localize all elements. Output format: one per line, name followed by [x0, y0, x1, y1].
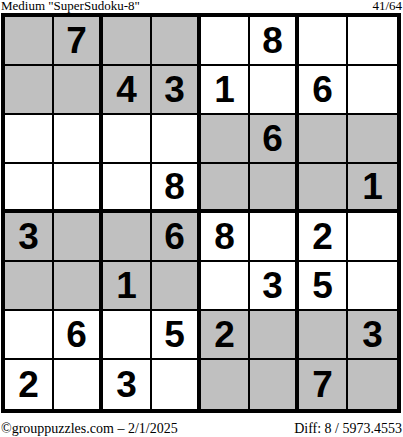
cell-r3c7[interactable] — [299, 115, 348, 164]
cell-r2c5[interactable]: 1 — [201, 66, 250, 115]
cell-r8c3[interactable]: 3 — [103, 360, 152, 409]
cell-r1c2[interactable]: 7 — [54, 17, 103, 66]
cell-r3c6[interactable]: 6 — [250, 115, 299, 164]
cell-r1c8[interactable] — [348, 17, 397, 66]
cell-r1c1[interactable] — [5, 17, 54, 66]
cell-r8c8[interactable] — [348, 360, 397, 409]
cell-r8c7[interactable]: 7 — [299, 360, 348, 409]
puzzle-page: Medium "SuperSudoku-8" 41/64 78431668136… — [0, 0, 403, 437]
cell-r4c6[interactable] — [250, 164, 299, 213]
cell-r1c5[interactable] — [201, 17, 250, 66]
cell-r3c2[interactable] — [54, 115, 103, 164]
cell-r6c6[interactable]: 3 — [250, 262, 299, 311]
cell-r3c8[interactable] — [348, 115, 397, 164]
cell-r4c5[interactable] — [201, 164, 250, 213]
copyright-credit: ©grouppuzzles.com – 2/1/2025 — [1, 420, 178, 437]
cell-r6c5[interactable] — [201, 262, 250, 311]
cell-r7c3[interactable] — [103, 311, 152, 360]
cell-r2c2[interactable] — [54, 66, 103, 115]
cell-r6c1[interactable] — [5, 262, 54, 311]
cell-r7c5[interactable]: 2 — [201, 311, 250, 360]
cell-r5c2[interactable] — [54, 213, 103, 262]
cell-r3c1[interactable] — [5, 115, 54, 164]
cell-r6c4[interactable] — [152, 262, 201, 311]
cell-r4c2[interactable] — [54, 164, 103, 213]
header: Medium "SuperSudoku-8" 41/64 — [0, 0, 403, 13]
cell-r8c4[interactable] — [152, 360, 201, 409]
cell-r2c3[interactable]: 4 — [103, 66, 152, 115]
cell-r5c5[interactable]: 8 — [201, 213, 250, 262]
cell-r5c4[interactable]: 6 — [152, 213, 201, 262]
cell-r6c7[interactable]: 5 — [299, 262, 348, 311]
cell-r5c8[interactable] — [348, 213, 397, 262]
cell-r4c4[interactable]: 8 — [152, 164, 201, 213]
cell-r8c5[interactable] — [201, 360, 250, 409]
cell-r8c6[interactable] — [250, 360, 299, 409]
cell-r1c4[interactable] — [152, 17, 201, 66]
cell-r1c6[interactable]: 8 — [250, 17, 299, 66]
cell-r6c8[interactable] — [348, 262, 397, 311]
cell-r2c8[interactable] — [348, 66, 397, 115]
empty-cell-counter: 41/64 — [372, 0, 402, 12]
cell-r2c7[interactable]: 6 — [299, 66, 348, 115]
cell-r1c7[interactable] — [299, 17, 348, 66]
footer: ©grouppuzzles.com – 2/1/2025 Diff: 8 / 5… — [0, 416, 403, 437]
sudoku-board: 78431668136821356523237 — [1, 13, 401, 413]
cell-r7c2[interactable]: 6 — [54, 311, 103, 360]
cell-r2c1[interactable] — [5, 66, 54, 115]
cell-r7c6[interactable] — [250, 311, 299, 360]
cell-r5c6[interactable] — [250, 213, 299, 262]
cell-r1c3[interactable] — [103, 17, 152, 66]
cell-r2c6[interactable] — [250, 66, 299, 115]
cell-r8c1[interactable]: 2 — [5, 360, 54, 409]
cell-r4c1[interactable] — [5, 164, 54, 213]
cell-r7c1[interactable] — [5, 311, 54, 360]
cell-r7c7[interactable] — [299, 311, 348, 360]
cell-r3c4[interactable] — [152, 115, 201, 164]
cell-r2c4[interactable]: 3 — [152, 66, 201, 115]
cell-r3c5[interactable] — [201, 115, 250, 164]
cell-r3c3[interactable] — [103, 115, 152, 164]
puzzle-title: Medium "SuperSudoku-8" — [1, 0, 140, 12]
cell-r8c2[interactable] — [54, 360, 103, 409]
cell-r5c7[interactable]: 2 — [299, 213, 348, 262]
cell-r4c3[interactable] — [103, 164, 152, 213]
cell-r7c8[interactable]: 3 — [348, 311, 397, 360]
cell-r7c4[interactable]: 5 — [152, 311, 201, 360]
cell-r4c8[interactable]: 1 — [348, 164, 397, 213]
cell-r6c2[interactable] — [54, 262, 103, 311]
cell-r6c3[interactable]: 1 — [103, 262, 152, 311]
cell-r5c1[interactable]: 3 — [5, 213, 54, 262]
cell-r4c7[interactable] — [299, 164, 348, 213]
cell-r5c3[interactable] — [103, 213, 152, 262]
difficulty-label: Diff: 8 / 5973.4553 — [294, 420, 402, 437]
